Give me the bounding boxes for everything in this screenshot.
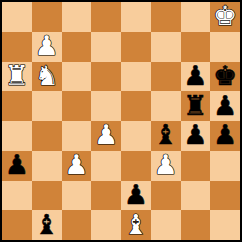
square-h2[interactable] (210, 181, 240, 211)
black-rook[interactable]: ♜ (183, 92, 207, 119)
square-f1[interactable] (151, 210, 181, 240)
black-bishop[interactable]: ♝ (35, 211, 59, 238)
square-h7[interactable] (210, 32, 240, 62)
white-pawn[interactable]: ♟ (94, 121, 118, 148)
square-a1[interactable] (2, 210, 32, 240)
square-f8[interactable] (151, 2, 181, 32)
square-b5[interactable] (32, 91, 62, 121)
square-b7[interactable]: ♟ (32, 32, 62, 62)
square-g3[interactable] (181, 151, 211, 181)
square-c5[interactable] (62, 91, 92, 121)
square-f6[interactable] (151, 62, 181, 92)
square-b8[interactable] (32, 2, 62, 32)
square-e8[interactable] (121, 2, 151, 32)
square-a4[interactable] (2, 121, 32, 151)
square-d3[interactable] (91, 151, 121, 181)
square-g4[interactable]: ♟ (181, 121, 211, 151)
square-c3[interactable]: ♟ (62, 151, 92, 181)
square-g5[interactable]: ♜ (181, 91, 211, 121)
square-b2[interactable] (32, 181, 62, 211)
square-d8[interactable] (91, 2, 121, 32)
square-e4[interactable] (121, 121, 151, 151)
black-bishop[interactable]: ♝ (154, 121, 178, 148)
black-pawn[interactable]: ♟ (124, 181, 148, 208)
white-pawn[interactable]: ♟ (154, 151, 178, 178)
square-c1[interactable] (62, 210, 92, 240)
square-d5[interactable] (91, 91, 121, 121)
square-a7[interactable] (2, 32, 32, 62)
square-e3[interactable] (121, 151, 151, 181)
square-e5[interactable] (121, 91, 151, 121)
square-e1[interactable]: ♝ (121, 210, 151, 240)
square-b1[interactable]: ♝ (32, 210, 62, 240)
square-h3[interactable] (210, 151, 240, 181)
square-g2[interactable] (181, 181, 211, 211)
square-h5[interactable]: ♟ (210, 91, 240, 121)
black-king[interactable]: ♚ (213, 62, 237, 89)
chess-board-frame: ♚♟♜♞♟♚♜♟♟♝♟♟♟♟♟♟♝♝ (0, 0, 242, 242)
white-pawn[interactable]: ♟ (35, 32, 59, 59)
square-e6[interactable] (121, 62, 151, 92)
square-c7[interactable] (62, 32, 92, 62)
square-a5[interactable] (2, 91, 32, 121)
black-pawn[interactable]: ♟ (213, 121, 237, 148)
square-b3[interactable] (32, 151, 62, 181)
square-d7[interactable] (91, 32, 121, 62)
white-knight[interactable]: ♞ (35, 62, 59, 89)
black-pawn[interactable]: ♟ (5, 151, 29, 178)
square-d6[interactable] (91, 62, 121, 92)
square-d1[interactable] (91, 210, 121, 240)
square-d2[interactable] (91, 181, 121, 211)
square-a8[interactable] (2, 2, 32, 32)
square-e2[interactable]: ♟ (121, 181, 151, 211)
black-pawn[interactable]: ♟ (183, 62, 207, 89)
white-rook[interactable]: ♜ (5, 62, 29, 89)
square-f5[interactable] (151, 91, 181, 121)
square-c4[interactable] (62, 121, 92, 151)
square-f7[interactable] (151, 32, 181, 62)
square-c8[interactable] (62, 2, 92, 32)
square-h4[interactable]: ♟ (210, 121, 240, 151)
white-king[interactable]: ♚ (213, 2, 237, 29)
square-h8[interactable]: ♚ (210, 2, 240, 32)
square-a2[interactable] (2, 181, 32, 211)
square-a3[interactable]: ♟ (2, 151, 32, 181)
square-b6[interactable]: ♞ (32, 62, 62, 92)
square-g6[interactable]: ♟ (181, 62, 211, 92)
square-b4[interactable] (32, 121, 62, 151)
black-pawn[interactable]: ♟ (213, 92, 237, 119)
square-a6[interactable]: ♜ (2, 62, 32, 92)
chess-board: ♚♟♜♞♟♚♜♟♟♝♟♟♟♟♟♟♝♝ (2, 2, 240, 240)
square-d4[interactable]: ♟ (91, 121, 121, 151)
square-c6[interactable] (62, 62, 92, 92)
white-bishop[interactable]: ♝ (124, 211, 148, 238)
square-g8[interactable] (181, 2, 211, 32)
white-pawn[interactable]: ♟ (64, 151, 88, 178)
square-e7[interactable] (121, 32, 151, 62)
square-f4[interactable]: ♝ (151, 121, 181, 151)
square-h6[interactable]: ♚ (210, 62, 240, 92)
square-f2[interactable] (151, 181, 181, 211)
square-c2[interactable] (62, 181, 92, 211)
black-pawn[interactable]: ♟ (183, 121, 207, 148)
square-g7[interactable] (181, 32, 211, 62)
square-f3[interactable]: ♟ (151, 151, 181, 181)
square-g1[interactable] (181, 210, 211, 240)
square-h1[interactable] (210, 210, 240, 240)
